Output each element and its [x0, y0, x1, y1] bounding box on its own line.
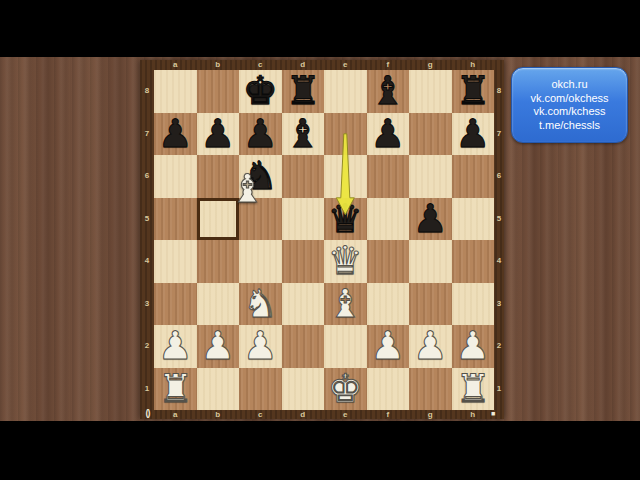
square-g7[interactable] — [409, 113, 452, 156]
square-f5[interactable] — [367, 198, 410, 241]
link-vk-okchess: vk.com/okchess — [512, 92, 627, 106]
file-label-top-g: g — [409, 60, 452, 70]
link-okch: okch.ru — [512, 78, 627, 92]
square-c7[interactable]: ♟ — [239, 113, 282, 156]
square-d3[interactable] — [282, 283, 325, 326]
piece-white-pawn: ♟ — [154, 325, 197, 368]
square-e3[interactable]: ♝ — [324, 283, 367, 326]
square-a7[interactable]: ♟ — [154, 113, 197, 156]
piece-white-pawn: ♟ — [239, 325, 282, 368]
square-a5[interactable] — [154, 198, 197, 241]
square-g5[interactable]: ♟ — [409, 198, 452, 241]
piece-white-king: ♚ — [324, 368, 367, 411]
square-a3[interactable] — [154, 283, 197, 326]
links-overlay: okch.ru vk.com/okchess vk.com/kchess t.m… — [511, 67, 628, 143]
file-label-bottom-g: g — [409, 410, 452, 419]
rank-label-left-1: 1 — [140, 368, 154, 411]
square-b3[interactable] — [197, 283, 240, 326]
square-g4[interactable] — [409, 240, 452, 283]
square-f6[interactable] — [367, 155, 410, 198]
square-d4[interactable] — [282, 240, 325, 283]
file-label-bottom-f: f — [367, 410, 410, 419]
piece-black-rook: ♜ — [452, 70, 495, 113]
file-label-bottom-e: e — [324, 410, 367, 419]
square-e6[interactable] — [324, 155, 367, 198]
square-f3[interactable] — [367, 283, 410, 326]
file-label-top-b: b — [197, 60, 240, 70]
piece-white-rook: ♜ — [452, 368, 495, 411]
square-b8[interactable] — [197, 70, 240, 113]
square-e1[interactable]: ♚ — [324, 368, 367, 411]
square-h2[interactable]: ♟ — [452, 325, 495, 368]
square-b1[interactable] — [197, 368, 240, 411]
moving-piece-white-bishop: ♝ — [226, 168, 269, 211]
rank-label-right-6: 6 — [494, 155, 504, 198]
square-a4[interactable] — [154, 240, 197, 283]
square-b2[interactable]: ♟ — [197, 325, 240, 368]
piece-black-pawn: ♟ — [452, 113, 495, 156]
square-e7[interactable] — [324, 113, 367, 156]
square-c4[interactable] — [239, 240, 282, 283]
rank-label-right-5: 5 — [494, 198, 504, 241]
rank-label-left-5: 5 — [140, 198, 154, 241]
square-g1[interactable] — [409, 368, 452, 411]
square-h3[interactable] — [452, 283, 495, 326]
file-label-bottom-a: a — [154, 410, 197, 419]
square-e5[interactable]: ♛ — [324, 198, 367, 241]
stop-icon[interactable]: ■ — [489, 408, 497, 419]
square-e4[interactable]: ♛ — [324, 240, 367, 283]
square-d2[interactable] — [282, 325, 325, 368]
square-h7[interactable]: ♟ — [452, 113, 495, 156]
square-d1[interactable] — [282, 368, 325, 411]
square-f4[interactable] — [367, 240, 410, 283]
square-c2[interactable]: ♟ — [239, 325, 282, 368]
rank-label-left-7: 7 — [140, 113, 154, 156]
rank-label-right-4: 4 — [494, 240, 504, 283]
file-label-top-a: a — [154, 60, 197, 70]
piece-black-pawn: ♟ — [154, 113, 197, 156]
piece-black-king: ♚ — [239, 70, 282, 113]
rank-label-right-1: 1 — [494, 368, 504, 411]
piece-white-pawn: ♟ — [197, 325, 240, 368]
chess-board[interactable]: ♚♜♝♜♟♟♟♝♟♟♞♛♟♛♞♝♟♟♟♟♟♟♜♚♜ () ■ ♝aabbccdd… — [140, 60, 504, 419]
rank-label-right-2: 2 — [494, 325, 504, 368]
file-label-bottom-b: b — [197, 410, 240, 419]
square-b7[interactable]: ♟ — [197, 113, 240, 156]
piece-black-rook: ♜ — [282, 70, 325, 113]
square-h1[interactable]: ♜ — [452, 368, 495, 411]
piece-white-pawn: ♟ — [367, 325, 410, 368]
square-d8[interactable]: ♜ — [282, 70, 325, 113]
square-g3[interactable] — [409, 283, 452, 326]
piece-black-bishop: ♝ — [367, 70, 410, 113]
square-f1[interactable] — [367, 368, 410, 411]
square-c8[interactable]: ♚ — [239, 70, 282, 113]
piece-white-pawn: ♟ — [409, 325, 452, 368]
piece-white-rook: ♜ — [154, 368, 197, 411]
square-e2[interactable] — [324, 325, 367, 368]
rank-label-right-3: 3 — [494, 283, 504, 326]
square-a2[interactable]: ♟ — [154, 325, 197, 368]
piece-black-bishop: ♝ — [282, 113, 325, 156]
square-c3[interactable]: ♞ — [239, 283, 282, 326]
file-label-bottom-c: c — [239, 410, 282, 419]
piece-white-queen: ♛ — [324, 240, 367, 283]
piece-black-pawn: ♟ — [409, 198, 452, 241]
square-a6[interactable] — [154, 155, 197, 198]
square-d5[interactable] — [282, 198, 325, 241]
square-g8[interactable] — [409, 70, 452, 113]
piece-white-pawn: ♟ — [452, 325, 495, 368]
link-vk-kchess: vk.com/kchess — [512, 105, 627, 119]
square-c1[interactable] — [239, 368, 282, 411]
piece-black-pawn: ♟ — [367, 113, 410, 156]
file-label-bottom-h: h — [452, 410, 495, 419]
square-d7[interactable]: ♝ — [282, 113, 325, 156]
file-label-bottom-d: d — [282, 410, 325, 419]
square-f2[interactable]: ♟ — [367, 325, 410, 368]
square-b4[interactable] — [197, 240, 240, 283]
file-label-top-e: e — [324, 60, 367, 70]
square-a1[interactable]: ♜ — [154, 368, 197, 411]
piece-white-bishop: ♝ — [324, 283, 367, 326]
video-frame: ♚♜♝♜♟♟♟♝♟♟♞♛♟♛♞♝♟♟♟♟♟♟♜♚♜ () ■ ♝aabbccdd… — [0, 0, 640, 480]
rank-label-right-8: 8 — [494, 70, 504, 113]
square-h4[interactable] — [452, 240, 495, 283]
rank-label-left-8: 8 — [140, 70, 154, 113]
square-h5[interactable] — [452, 198, 495, 241]
square-h6[interactable] — [452, 155, 495, 198]
link-tme-chessls: t.me/chessls — [512, 119, 627, 133]
board-squares: ♚♜♝♜♟♟♟♝♟♟♞♛♟♛♞♝♟♟♟♟♟♟♜♚♜ — [154, 70, 494, 410]
piece-black-pawn: ♟ — [239, 113, 282, 156]
piece-black-queen: ♛ — [324, 198, 367, 241]
rank-label-right-7: 7 — [494, 113, 504, 156]
square-d6[interactable] — [282, 155, 325, 198]
square-a8[interactable] — [154, 70, 197, 113]
rank-label-left-6: 6 — [140, 155, 154, 198]
piece-black-pawn: ♟ — [197, 113, 240, 156]
square-h8[interactable]: ♜ — [452, 70, 495, 113]
square-e8[interactable] — [324, 70, 367, 113]
rank-label-left-2: 2 — [140, 325, 154, 368]
square-f8[interactable]: ♝ — [367, 70, 410, 113]
piece-white-knight: ♞ — [239, 283, 282, 326]
square-f7[interactable]: ♟ — [367, 113, 410, 156]
flip-board-icon[interactable]: () — [141, 408, 154, 419]
rank-label-left-4: 4 — [140, 240, 154, 283]
rank-label-left-3: 3 — [140, 283, 154, 326]
square-g6[interactable] — [409, 155, 452, 198]
square-g2[interactable]: ♟ — [409, 325, 452, 368]
